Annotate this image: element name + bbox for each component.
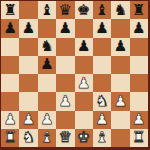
white-queen-piece[interactable]: ♛ bbox=[59, 130, 72, 145]
square-e4[interactable]: ♟ bbox=[75, 74, 93, 92]
white-pawn-piece[interactable]: ♟ bbox=[95, 112, 108, 127]
white-king-piece[interactable]: ♚ bbox=[77, 130, 90, 145]
board-frame: ♜♝♛♚♝♞♜♟♟♟♟♟♞♟♟♟♟♟♞♟♟♟♟♟♟♜♞♝♛♚♝♜ bbox=[0, 0, 150, 150]
square-f6[interactable] bbox=[93, 38, 111, 56]
black-rook-piece[interactable]: ♜ bbox=[132, 2, 145, 17]
white-pawn-piece[interactable]: ♟ bbox=[3, 112, 16, 127]
white-pawn-piece[interactable]: ♟ bbox=[22, 112, 35, 127]
white-pawn-piece[interactable]: ♟ bbox=[59, 93, 72, 108]
square-c3[interactable] bbox=[38, 92, 56, 110]
white-pawn-piece[interactable]: ♟ bbox=[77, 75, 90, 90]
square-b8[interactable] bbox=[19, 1, 37, 19]
square-b6[interactable] bbox=[19, 38, 37, 56]
square-h1[interactable]: ♜ bbox=[130, 129, 148, 147]
square-a6[interactable] bbox=[1, 38, 19, 56]
black-bishop-piece[interactable]: ♝ bbox=[40, 2, 53, 17]
black-pawn-piece[interactable]: ♟ bbox=[22, 20, 35, 35]
black-pawn-piece[interactable]: ♟ bbox=[40, 57, 53, 72]
black-pawn-piece[interactable]: ♟ bbox=[59, 20, 72, 35]
square-g4[interactable] bbox=[111, 74, 129, 92]
square-d8[interactable]: ♛ bbox=[56, 1, 74, 19]
square-f3[interactable]: ♞ bbox=[93, 92, 111, 110]
square-e3[interactable] bbox=[75, 92, 93, 110]
square-a1[interactable]: ♜ bbox=[1, 129, 19, 147]
square-a5[interactable] bbox=[1, 56, 19, 74]
square-b5[interactable] bbox=[19, 56, 37, 74]
square-a3[interactable] bbox=[1, 92, 19, 110]
square-b1[interactable]: ♞ bbox=[19, 129, 37, 147]
square-b2[interactable]: ♟ bbox=[19, 111, 37, 129]
square-e7[interactable] bbox=[75, 19, 93, 37]
square-c1[interactable]: ♝ bbox=[38, 129, 56, 147]
white-bishop-piece[interactable]: ♝ bbox=[95, 130, 108, 145]
black-pawn-piece[interactable]: ♟ bbox=[132, 20, 145, 35]
square-h2[interactable]: ♟ bbox=[130, 111, 148, 129]
black-knight-piece[interactable]: ♞ bbox=[114, 2, 127, 17]
square-g7[interactable] bbox=[111, 19, 129, 37]
square-e6[interactable]: ♟ bbox=[75, 38, 93, 56]
white-knight-piece[interactable]: ♞ bbox=[95, 93, 108, 108]
white-knight-piece[interactable]: ♞ bbox=[22, 130, 35, 145]
black-bishop-piece[interactable]: ♝ bbox=[95, 2, 108, 17]
white-pawn-piece[interactable]: ♟ bbox=[132, 112, 145, 127]
square-f1[interactable]: ♝ bbox=[93, 129, 111, 147]
black-pawn-piece[interactable]: ♟ bbox=[77, 39, 90, 54]
square-g2[interactable] bbox=[111, 111, 129, 129]
square-b4[interactable] bbox=[19, 74, 37, 92]
white-bishop-piece[interactable]: ♝ bbox=[40, 130, 53, 145]
square-c5[interactable]: ♟ bbox=[38, 56, 56, 74]
square-c4[interactable] bbox=[38, 74, 56, 92]
square-h5[interactable] bbox=[130, 56, 148, 74]
square-e2[interactable] bbox=[75, 111, 93, 129]
square-h6[interactable] bbox=[130, 38, 148, 56]
black-pawn-piece[interactable]: ♟ bbox=[114, 39, 127, 54]
square-e1[interactable]: ♚ bbox=[75, 129, 93, 147]
square-d4[interactable] bbox=[56, 74, 74, 92]
square-f7[interactable]: ♟ bbox=[93, 19, 111, 37]
square-g3[interactable]: ♟ bbox=[111, 92, 129, 110]
square-a7[interactable]: ♟ bbox=[1, 19, 19, 37]
square-c7[interactable] bbox=[38, 19, 56, 37]
square-f2[interactable]: ♟ bbox=[93, 111, 111, 129]
chess-board: ♜♝♛♚♝♞♜♟♟♟♟♟♞♟♟♟♟♟♞♟♟♟♟♟♟♜♞♝♛♚♝♜ bbox=[1, 1, 148, 147]
square-c8[interactable]: ♝ bbox=[38, 1, 56, 19]
square-a4[interactable] bbox=[1, 74, 19, 92]
square-d2[interactable] bbox=[56, 111, 74, 129]
square-b3[interactable] bbox=[19, 92, 37, 110]
square-g8[interactable]: ♞ bbox=[111, 1, 129, 19]
black-king-piece[interactable]: ♚ bbox=[77, 2, 90, 17]
square-d6[interactable] bbox=[56, 38, 74, 56]
white-rook-piece[interactable]: ♜ bbox=[132, 130, 145, 145]
white-rook-piece[interactable]: ♜ bbox=[3, 130, 16, 145]
black-queen-piece[interactable]: ♛ bbox=[59, 2, 72, 17]
square-a2[interactable]: ♟ bbox=[1, 111, 19, 129]
square-e5[interactable] bbox=[75, 56, 93, 74]
square-d5[interactable] bbox=[56, 56, 74, 74]
black-pawn-piece[interactable]: ♟ bbox=[95, 20, 108, 35]
square-f8[interactable]: ♝ bbox=[93, 1, 111, 19]
square-c6[interactable]: ♞ bbox=[38, 38, 56, 56]
square-b7[interactable]: ♟ bbox=[19, 19, 37, 37]
square-h4[interactable] bbox=[130, 74, 148, 92]
square-e8[interactable]: ♚ bbox=[75, 1, 93, 19]
white-pawn-piece[interactable]: ♟ bbox=[114, 93, 127, 108]
square-h7[interactable]: ♟ bbox=[130, 19, 148, 37]
square-d3[interactable]: ♟ bbox=[56, 92, 74, 110]
square-g5[interactable] bbox=[111, 56, 129, 74]
square-g1[interactable] bbox=[111, 129, 129, 147]
square-g6[interactable]: ♟ bbox=[111, 38, 129, 56]
square-d7[interactable]: ♟ bbox=[56, 19, 74, 37]
square-h8[interactable]: ♜ bbox=[130, 1, 148, 19]
square-h3[interactable] bbox=[130, 92, 148, 110]
black-knight-piece[interactable]: ♞ bbox=[40, 39, 53, 54]
square-f4[interactable] bbox=[93, 74, 111, 92]
square-a8[interactable]: ♜ bbox=[1, 1, 19, 19]
black-pawn-piece[interactable]: ♟ bbox=[3, 20, 16, 35]
white-pawn-piece[interactable]: ♟ bbox=[40, 112, 53, 127]
black-rook-piece[interactable]: ♜ bbox=[3, 2, 16, 17]
square-f5[interactable] bbox=[93, 56, 111, 74]
square-d1[interactable]: ♛ bbox=[56, 129, 74, 147]
square-c2[interactable]: ♟ bbox=[38, 111, 56, 129]
